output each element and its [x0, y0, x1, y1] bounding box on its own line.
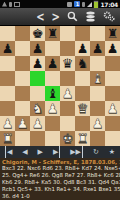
square-d1[interactable] — [45, 131, 60, 146]
square-h6[interactable] — [105, 56, 120, 71]
white-pawn: ♟ — [2, 116, 14, 131]
move-list-line[interactable]: Kb6 29. Rb8+ Ka5 30. Qd8 Bc3 31. Qd4 Qa3… — [2, 179, 118, 186]
square-e4[interactable]: ♟ — [60, 86, 75, 101]
square-c4[interactable] — [30, 86, 45, 101]
move-list-line[interactable]: Bxc3 22. Nxc6 Rd6 23. Rb8+ Kd7 24. Nxe5+… — [2, 165, 118, 172]
square-c8[interactable]: ♚ — [30, 26, 45, 41]
square-c2[interactable]: ♟ — [30, 116, 45, 131]
square-c3[interactable]: ♞ — [30, 101, 45, 116]
square-h3[interactable]: ♟ — [105, 101, 120, 116]
square-d6[interactable]: ♟ — [45, 56, 60, 71]
square-g4[interactable] — [90, 86, 105, 101]
square-f5[interactable] — [75, 71, 90, 86]
database-icon — [85, 11, 96, 22]
status-icon-b — [9, 2, 12, 7]
search-icon — [67, 11, 78, 22]
black-queen: ♛ — [62, 56, 74, 71]
square-b6[interactable] — [15, 56, 30, 71]
square-e3[interactable] — [60, 101, 75, 116]
play-button[interactable]: ▶ — [38, 146, 43, 158]
square-f2[interactable] — [75, 116, 90, 131]
square-a8[interactable] — [0, 26, 15, 41]
status-clock: 17:04 — [100, 1, 118, 8]
black-pawn: ♟ — [77, 41, 89, 56]
step-back-button[interactable]: ◀ — [22, 146, 27, 158]
square-h5[interactable] — [105, 71, 120, 86]
square-b1[interactable] — [15, 131, 30, 146]
square-b3[interactable] — [15, 101, 30, 116]
moves-panel[interactable]: Chigorin, M - Schiffers, E, 1878.03.06, … — [0, 158, 120, 200]
square-d8[interactable]: ♜ — [45, 26, 60, 41]
previous-game-button[interactable]: < — [36, 6, 44, 28]
square-e2[interactable] — [60, 116, 75, 131]
white-queen: ♛ — [77, 101, 89, 116]
black-pawn: ♟ — [107, 41, 119, 56]
action-bar: < > — [0, 8, 120, 26]
notification-badge: 1 — [74, 1, 80, 7]
square-a7[interactable]: ♟ — [0, 41, 15, 56]
square-e1[interactable]: ♚ — [60, 131, 75, 146]
square-a6[interactable] — [0, 56, 15, 71]
white-pawn: ♟ — [17, 116, 29, 131]
black-rook: ♜ — [107, 26, 119, 41]
black-pawn: ♟ — [47, 56, 59, 71]
square-a2[interactable]: ♟ — [0, 116, 15, 131]
square-d2[interactable] — [45, 116, 60, 131]
square-b5[interactable] — [15, 71, 30, 86]
black-pawn: ♟ — [32, 56, 44, 71]
move-list-line[interactable]: 25. Qg4+ Re6 26. Qg8 Re7 27. Rb8+ Kc6 28… — [2, 172, 118, 179]
square-g1[interactable] — [90, 131, 105, 146]
status-bar-left-icons — [2, 2, 20, 7]
move-list-line[interactable]: Rcb1 Qc5+ 33. Kh1 Re1+ 34. Rxe1 Bxe1 35.… — [2, 186, 118, 193]
square-h8[interactable]: ♜ — [105, 26, 120, 41]
square-a3[interactable] — [0, 101, 15, 116]
square-f6[interactable]: ♞ — [75, 56, 90, 71]
square-h2[interactable] — [105, 116, 120, 131]
square-b2[interactable]: ♟ — [15, 116, 30, 131]
black-pawn: ♟ — [32, 41, 44, 56]
square-h4[interactable] — [105, 86, 120, 101]
skip-to-start-button[interactable]: ◀ — [5, 146, 12, 158]
white-king: ♚ — [62, 131, 74, 146]
square-b8[interactable] — [15, 26, 30, 41]
square-e7[interactable] — [60, 41, 75, 56]
square-a4[interactable] — [0, 86, 15, 101]
square-c6[interactable]: ♟ — [30, 56, 45, 71]
skip-to-end-button[interactable]: ▶▶ — [70, 146, 83, 158]
square-b7[interactable] — [15, 41, 30, 56]
black-rook: ♜ — [47, 26, 59, 41]
square-c1[interactable] — [30, 131, 45, 146]
status-bar-right-icons: 1 17:04 — [67, 1, 118, 8]
black-bishop: ♝ — [47, 86, 59, 101]
square-e6[interactable]: ♛ — [60, 56, 75, 71]
square-a1[interactable]: ♜ — [0, 131, 15, 146]
black-knight: ♞ — [77, 56, 89, 71]
settings-gears-icon — [103, 11, 115, 22]
white-rook: ♜ — [2, 131, 14, 146]
square-d3[interactable]: ♟ — [45, 101, 60, 116]
square-f3[interactable]: ♛ — [75, 101, 90, 116]
playback-toolbar: ◀ ◀ ▶ ▶ ▶▶ ↻ ★ — [0, 146, 120, 158]
square-h1[interactable] — [105, 131, 120, 146]
square-d7[interactable] — [45, 41, 60, 56]
battery-icon — [94, 1, 98, 8]
square-d5[interactable] — [45, 71, 60, 86]
network-icon — [67, 2, 72, 7]
white-pawn: ♟ — [92, 116, 104, 131]
square-e8[interactable] — [60, 26, 75, 41]
white-pawn: ♟ — [32, 116, 44, 131]
square-a5[interactable] — [0, 71, 15, 86]
android-status-bar: 1 17:04 — [0, 0, 120, 8]
black-pawn: ♟ — [2, 41, 14, 56]
square-g6[interactable] — [90, 56, 105, 71]
square-g7[interactable]: ♟ — [90, 41, 105, 56]
square-g8[interactable] — [90, 26, 105, 41]
white-pawn: ♟ — [107, 101, 119, 116]
flip-board-button[interactable]: ↻ — [93, 146, 99, 158]
square-d4[interactable]: ♝ — [45, 86, 60, 101]
square-h7[interactable]: ♟ — [105, 41, 120, 56]
black-pawn: ♟ — [92, 41, 104, 56]
square-f4[interactable] — [75, 86, 90, 101]
step-forward-button[interactable]: ▶ — [53, 146, 60, 158]
square-f1[interactable]: ♜ — [75, 131, 90, 146]
favorite-button[interactable]: ★ — [109, 146, 115, 158]
square-g3[interactable] — [90, 101, 105, 116]
white-pawn: ♟ — [62, 86, 74, 101]
white-knight: ♞ — [32, 101, 44, 116]
settings-button[interactable] — [103, 11, 115, 22]
square-g2[interactable]: ♟ — [90, 116, 105, 131]
white-rook: ♜ — [77, 131, 89, 146]
status-icon-c — [14, 2, 20, 7]
square-c5[interactable] — [30, 71, 45, 86]
chess-board: ♚♜♜♟♟♟♟♟♟♟♛♞♝♝♟♞♟♛♟♟♟♟♟♜♚♜ — [0, 26, 120, 146]
move-list-line[interactable]: 36. d4 1-0 — [2, 193, 118, 200]
search-button[interactable] — [67, 11, 78, 22]
white-bishop: ♝ — [92, 71, 104, 86]
status-icon-a — [2, 2, 7, 7]
square-e5[interactable] — [60, 71, 75, 86]
square-c7[interactable]: ♟ — [30, 41, 45, 56]
black-king: ♚ — [32, 26, 44, 41]
next-game-button[interactable]: > — [52, 6, 60, 28]
square-g5[interactable]: ♝ — [90, 71, 105, 86]
square-f7[interactable]: ♟ — [75, 41, 90, 56]
database-button[interactable] — [85, 11, 96, 22]
white-pawn: ♟ — [47, 101, 59, 116]
square-f8[interactable] — [75, 26, 90, 41]
signal-icon — [87, 2, 92, 7]
square-b4[interactable] — [15, 86, 30, 101]
sync-icon — [82, 2, 85, 7]
